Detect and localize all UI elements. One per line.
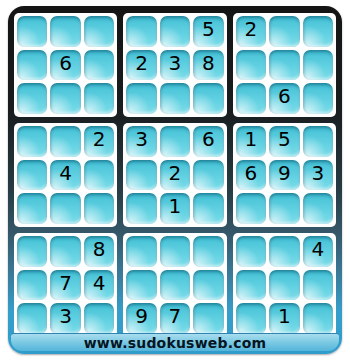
cell-r1c2[interactable] xyxy=(50,16,80,47)
cell-r6c2[interactable] xyxy=(50,193,80,224)
cell-r5c1[interactable] xyxy=(17,160,47,191)
cell-r6c3[interactable] xyxy=(84,193,114,224)
cell-r9c2[interactable]: 3 xyxy=(50,303,80,334)
cell-r4c7[interactable]: 1 xyxy=(236,126,266,157)
cell-r5c2[interactable]: 4 xyxy=(50,160,80,191)
cell-r6c7[interactable] xyxy=(236,193,266,224)
cell-r3c5[interactable] xyxy=(160,83,190,114)
block-3-3: 41 xyxy=(233,233,336,337)
cell-r9c3[interactable] xyxy=(84,303,114,334)
cell-r9c4[interactable]: 9 xyxy=(126,303,156,334)
cell-r8c1[interactable] xyxy=(17,270,47,301)
block-1-2: 5238 xyxy=(123,13,226,117)
cell-r1c1[interactable] xyxy=(17,16,47,47)
cell-r1c4[interactable] xyxy=(126,16,156,47)
cell-r5c6[interactable] xyxy=(193,160,223,191)
cell-r1c5[interactable] xyxy=(160,16,190,47)
cell-r2c4[interactable]: 2 xyxy=(126,50,156,81)
cell-r6c4[interactable] xyxy=(126,193,156,224)
block-2-2: 3621 xyxy=(123,123,226,227)
cell-r5c8[interactable]: 9 xyxy=(269,160,299,191)
cell-r4c5[interactable] xyxy=(160,126,190,157)
cell-r9c8[interactable]: 1 xyxy=(269,303,299,334)
cell-r3c9[interactable] xyxy=(303,83,333,114)
cell-r7c6[interactable] xyxy=(193,236,223,267)
cell-r2c7[interactable] xyxy=(236,50,266,81)
cell-r7c4[interactable] xyxy=(126,236,156,267)
cell-r8c3[interactable]: 4 xyxy=(84,270,114,301)
cell-r2c3[interactable] xyxy=(84,50,114,81)
cell-r2c6[interactable]: 8 xyxy=(193,50,223,81)
cell-r1c3[interactable] xyxy=(84,16,114,47)
footer-bar: www.sudokusweb.com xyxy=(11,333,339,351)
cell-r7c1[interactable] xyxy=(17,236,47,267)
cell-r3c4[interactable] xyxy=(126,83,156,114)
sudoku-board: 65238262436211569387439741 www.sudokuswe… xyxy=(8,6,342,354)
cell-r3c6[interactable] xyxy=(193,83,223,114)
block-3-2: 97 xyxy=(123,233,226,337)
block-2-1: 24 xyxy=(14,123,117,227)
cell-r5c3[interactable] xyxy=(84,160,114,191)
block-2-3: 15693 xyxy=(233,123,336,227)
cell-r3c3[interactable] xyxy=(84,83,114,114)
cell-r7c5[interactable] xyxy=(160,236,190,267)
cell-r8c9[interactable] xyxy=(303,270,333,301)
cell-r3c1[interactable] xyxy=(17,83,47,114)
cell-r9c9[interactable] xyxy=(303,303,333,334)
cell-r3c8[interactable]: 6 xyxy=(269,83,299,114)
cell-r7c3[interactable]: 8 xyxy=(84,236,114,267)
cell-r1c9[interactable] xyxy=(303,16,333,47)
cell-r8c5[interactable] xyxy=(160,270,190,301)
cell-r8c4[interactable] xyxy=(126,270,156,301)
cell-r3c2[interactable] xyxy=(50,83,80,114)
cell-r7c9[interactable]: 4 xyxy=(303,236,333,267)
cell-r4c8[interactable]: 5 xyxy=(269,126,299,157)
sudoku-grid: 65238262436211569387439741 xyxy=(14,13,336,337)
cell-r2c5[interactable]: 3 xyxy=(160,50,190,81)
cell-r6c6[interactable] xyxy=(193,193,223,224)
cell-r1c6[interactable]: 5 xyxy=(193,16,223,47)
block-1-3: 26 xyxy=(233,13,336,117)
cell-r6c5[interactable]: 1 xyxy=(160,193,190,224)
cell-r8c2[interactable]: 7 xyxy=(50,270,80,301)
cell-r8c7[interactable] xyxy=(236,270,266,301)
cell-r4c3[interactable]: 2 xyxy=(84,126,114,157)
cell-r3c7[interactable] xyxy=(236,83,266,114)
cell-r6c8[interactable] xyxy=(269,193,299,224)
cell-r4c4[interactable]: 3 xyxy=(126,126,156,157)
cell-r5c9[interactable]: 3 xyxy=(303,160,333,191)
cell-r2c2[interactable]: 6 xyxy=(50,50,80,81)
cell-r4c1[interactable] xyxy=(17,126,47,157)
cell-r9c6[interactable] xyxy=(193,303,223,334)
website-url: www.sudokusweb.com xyxy=(84,335,267,351)
cell-r9c5[interactable]: 7 xyxy=(160,303,190,334)
cell-r5c5[interactable]: 2 xyxy=(160,160,190,191)
cell-r2c8[interactable] xyxy=(269,50,299,81)
cell-r7c7[interactable] xyxy=(236,236,266,267)
cell-r1c7[interactable]: 2 xyxy=(236,16,266,47)
cell-r5c7[interactable]: 6 xyxy=(236,160,266,191)
cell-r8c6[interactable] xyxy=(193,270,223,301)
block-1-1: 6 xyxy=(14,13,117,117)
cell-r7c2[interactable] xyxy=(50,236,80,267)
cell-r9c7[interactable] xyxy=(236,303,266,334)
cell-r7c8[interactable] xyxy=(269,236,299,267)
cell-r6c1[interactable] xyxy=(17,193,47,224)
block-3-1: 8743 xyxy=(14,233,117,337)
cell-r6c9[interactable] xyxy=(303,193,333,224)
cell-r5c4[interactable] xyxy=(126,160,156,191)
cell-r2c9[interactable] xyxy=(303,50,333,81)
cell-r4c9[interactable] xyxy=(303,126,333,157)
cell-r8c8[interactable] xyxy=(269,270,299,301)
cell-r2c1[interactable] xyxy=(17,50,47,81)
cell-r1c8[interactable] xyxy=(269,16,299,47)
cell-r4c6[interactable]: 6 xyxy=(193,126,223,157)
cell-r9c1[interactable] xyxy=(17,303,47,334)
cell-r4c2[interactable] xyxy=(50,126,80,157)
